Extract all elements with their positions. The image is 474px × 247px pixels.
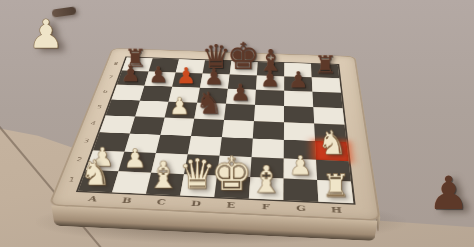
square-h6[interactable] [312,92,342,108]
board-3d-scene: 12345678 ABCDEFGH ♜♛♚♝♜♟♟♟♟♟♟♟♟♞♞♟♟♟♞♝♛♚… [27,14,444,231]
square-b7[interactable]: ♟ [144,72,175,87]
square-f7[interactable]: ♟ [256,75,284,90]
piece-white-pawn[interactable]: ♟ [169,94,190,118]
square-h3[interactable]: ♞ [315,141,349,161]
square-g2[interactable]: ♟ [284,158,318,180]
square-g4[interactable] [284,122,315,141]
square-e6[interactable]: ♟ [226,89,256,105]
captured-black-pawn: ♟ [428,170,469,216]
piece-white-pawn[interactable]: ♟ [288,152,312,179]
square-b6[interactable] [140,86,172,102]
piece-black-pawn[interactable]: ♟ [121,63,141,85]
piece-white-bishop[interactable]: ♝ [249,161,283,199]
piece-white-knight[interactable]: ♞ [80,156,112,191]
piece-white-knight[interactable]: ♞ [317,127,347,160]
piece-black-pawn[interactable]: ♟ [288,68,308,90]
square-e8[interactable]: ♚ [230,61,258,75]
square-b4[interactable] [130,117,165,135]
square-a6[interactable] [111,85,144,101]
square-e1[interactable]: ♚ [214,176,250,199]
square-f6[interactable] [255,90,284,106]
chess-app-scene: 12345678 ABCDEFGH ♜♛♚♝♜♟♟♟♟♟♟♟♟♞♞♟♟♟♞♝♛♚… [0,0,474,247]
piece-black-pawn[interactable]: ♟ [230,81,251,104]
piece-black-king[interactable]: ♚ [227,38,260,75]
chess-board[interactable]: 12345678 ABCDEFGH ♜♛♚♝♜♟♟♟♟♟♟♟♟♞♞♟♟♟♞♝♛♚… [48,48,380,221]
piece-white-bishop[interactable]: ♝ [146,157,179,194]
square-f3[interactable] [252,139,284,159]
piece-black-pawn[interactable]: ♟ [148,64,168,86]
square-f4[interactable] [253,121,284,140]
piece-white-pawn[interactable]: ♟ [123,145,146,171]
square-a1[interactable]: ♞ [78,170,118,192]
piece-black-pawn[interactable]: ♟ [204,66,224,88]
square-f1[interactable]: ♝ [249,177,284,200]
piece-black-pawn[interactable]: ♟ [176,65,196,87]
square-h8[interactable]: ♜ [311,64,339,79]
square-h7[interactable] [312,77,341,92]
piece-white-rook[interactable]: ♜ [322,170,350,202]
square-g6[interactable] [284,91,313,107]
captured-white-pawn: ♟ [28,14,64,54]
square-e4[interactable] [222,120,254,139]
piece-black-rook[interactable]: ♜ [314,52,336,77]
square-g7[interactable]: ♟ [284,76,312,91]
square-c4[interactable] [160,118,194,136]
piece-white-king[interactable]: ♚ [211,150,253,197]
square-g1[interactable] [283,178,318,201]
piece-black-pawn[interactable]: ♟ [260,67,280,89]
piece-black-knight[interactable]: ♞ [195,88,223,119]
square-h1[interactable]: ♜ [317,180,353,203]
square-d5[interactable]: ♞ [194,103,226,120]
